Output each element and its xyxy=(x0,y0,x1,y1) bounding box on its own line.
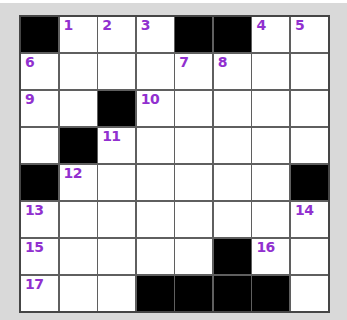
cell[interactable]: 3 xyxy=(137,17,174,52)
cell[interactable] xyxy=(252,165,289,200)
cell[interactable] xyxy=(175,91,212,126)
clue-number: 13 xyxy=(25,203,43,218)
block-cell xyxy=(252,276,289,311)
block-cell xyxy=(175,17,212,52)
cell[interactable]: 11 xyxy=(98,128,135,163)
cell[interactable] xyxy=(291,239,328,274)
cell[interactable] xyxy=(291,54,328,89)
clue-number: 2 xyxy=(102,18,111,33)
clue-number: 14 xyxy=(295,203,313,218)
cell[interactable] xyxy=(252,54,289,89)
block-cell xyxy=(214,17,251,52)
cell[interactable]: 15 xyxy=(21,239,58,274)
block-cell xyxy=(21,165,58,200)
cell[interactable] xyxy=(60,276,97,311)
block-cell xyxy=(291,165,328,200)
block-cell xyxy=(60,128,97,163)
clue-number: 1 xyxy=(64,18,73,33)
cell[interactable]: 2 xyxy=(98,17,135,52)
clue-number: 7 xyxy=(179,55,188,70)
block-cell xyxy=(98,91,135,126)
clue-number: 11 xyxy=(102,129,120,144)
clue-number: 16 xyxy=(256,240,274,255)
clue-number: 10 xyxy=(141,92,159,107)
cell[interactable]: 4 xyxy=(252,17,289,52)
cell[interactable] xyxy=(291,128,328,163)
block-cell xyxy=(137,276,174,311)
cell[interactable] xyxy=(98,165,135,200)
cell[interactable] xyxy=(175,128,212,163)
cell[interactable] xyxy=(137,54,174,89)
cell[interactable] xyxy=(175,239,212,274)
cell[interactable]: 7 xyxy=(175,54,212,89)
cell[interactable]: 16 xyxy=(252,239,289,274)
cell[interactable] xyxy=(60,54,97,89)
clue-number: 12 xyxy=(64,166,82,181)
cell[interactable] xyxy=(98,202,135,237)
cell[interactable] xyxy=(214,165,251,200)
cell[interactable] xyxy=(214,91,251,126)
cell[interactable] xyxy=(291,91,328,126)
cell[interactable] xyxy=(98,239,135,274)
cell[interactable] xyxy=(252,128,289,163)
cell[interactable]: 5 xyxy=(291,17,328,52)
cell[interactable]: 9 xyxy=(21,91,58,126)
block-cell xyxy=(214,276,251,311)
block-cell xyxy=(175,276,212,311)
clue-number: 3 xyxy=(141,18,150,33)
cell[interactable] xyxy=(98,276,135,311)
clue-number: 17 xyxy=(25,277,43,292)
clue-number: 8 xyxy=(218,55,227,70)
cell[interactable]: 6 xyxy=(21,54,58,89)
cell[interactable] xyxy=(21,128,58,163)
cell[interactable]: 12 xyxy=(60,165,97,200)
cell[interactable] xyxy=(214,128,251,163)
cell[interactable]: 17 xyxy=(21,276,58,311)
clue-number: 4 xyxy=(256,18,265,33)
cell[interactable] xyxy=(214,202,251,237)
cell[interactable] xyxy=(137,128,174,163)
clue-number: 5 xyxy=(295,18,304,33)
clue-number: 15 xyxy=(25,240,43,255)
cell[interactable] xyxy=(60,202,97,237)
crossword-board: 1234567891011121314151617 xyxy=(19,15,330,313)
cell[interactable] xyxy=(252,202,289,237)
cell[interactable]: 13 xyxy=(21,202,58,237)
cell[interactable] xyxy=(137,239,174,274)
cell[interactable] xyxy=(137,165,174,200)
cell[interactable] xyxy=(137,202,174,237)
block-cell xyxy=(21,17,58,52)
cell[interactable] xyxy=(175,165,212,200)
clue-number: 9 xyxy=(25,92,34,107)
cell[interactable] xyxy=(291,276,328,311)
cell[interactable] xyxy=(60,239,97,274)
cell[interactable]: 14 xyxy=(291,202,328,237)
cell[interactable]: 8 xyxy=(214,54,251,89)
block-cell xyxy=(214,239,251,274)
clue-number: 6 xyxy=(25,55,34,70)
cell[interactable] xyxy=(175,202,212,237)
cell[interactable]: 10 xyxy=(137,91,174,126)
cell[interactable] xyxy=(98,54,135,89)
cell[interactable]: 1 xyxy=(60,17,97,52)
cell[interactable] xyxy=(252,91,289,126)
cell[interactable] xyxy=(60,91,97,126)
